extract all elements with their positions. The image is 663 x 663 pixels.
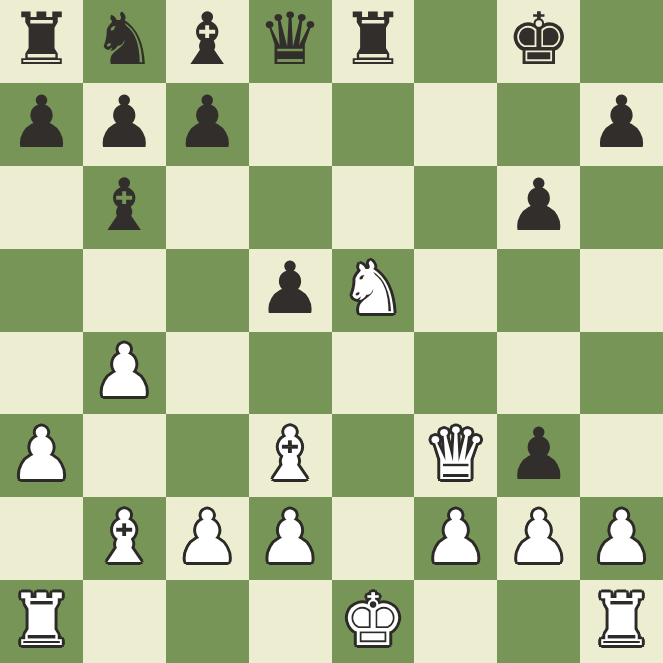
square-f4[interactable] — [414, 332, 497, 415]
square-h5[interactable] — [580, 249, 663, 332]
piece-black-pawn[interactable]: ♟ — [92, 86, 157, 158]
square-e7[interactable] — [332, 83, 415, 166]
square-b5[interactable] — [83, 249, 166, 332]
square-g2[interactable]: ♟ — [497, 497, 580, 580]
piece-black-pawn[interactable]: ♟ — [258, 252, 323, 324]
square-g6[interactable]: ♟ — [497, 166, 580, 249]
square-h1[interactable]: ♜ — [580, 580, 663, 663]
square-b3[interactable] — [83, 414, 166, 497]
square-d4[interactable] — [249, 332, 332, 415]
piece-white-rook[interactable]: ♜ — [589, 584, 654, 656]
piece-white-pawn[interactable]: ♟ — [258, 501, 323, 573]
square-e8[interactable]: ♜ — [332, 0, 415, 83]
piece-white-pawn[interactable]: ♟ — [9, 418, 74, 490]
square-d7[interactable] — [249, 83, 332, 166]
square-e3[interactable] — [332, 414, 415, 497]
square-g1[interactable] — [497, 580, 580, 663]
piece-white-king[interactable]: ♚ — [341, 584, 406, 656]
square-f3[interactable]: ♛ — [414, 414, 497, 497]
square-d5[interactable]: ♟ — [249, 249, 332, 332]
square-d1[interactable] — [249, 580, 332, 663]
square-f8[interactable] — [414, 0, 497, 83]
board-container: ♜♞♝♛♜♚♟♟♟♟♝♟♟♞♟♟♝♛♟♝♟♟♟♟♟♜♚♜ — [0, 0, 663, 663]
piece-white-pawn[interactable]: ♟ — [424, 501, 489, 573]
square-h2[interactable]: ♟ — [580, 497, 663, 580]
square-f6[interactable] — [414, 166, 497, 249]
square-c5[interactable] — [166, 249, 249, 332]
square-d6[interactable] — [249, 166, 332, 249]
square-e5[interactable]: ♞ — [332, 249, 415, 332]
square-h4[interactable] — [580, 332, 663, 415]
square-c6[interactable] — [166, 166, 249, 249]
square-a4[interactable] — [0, 332, 83, 415]
square-f1[interactable] — [414, 580, 497, 663]
piece-white-bishop[interactable]: ♝ — [92, 501, 157, 573]
square-d8[interactable]: ♛ — [249, 0, 332, 83]
square-a6[interactable] — [0, 166, 83, 249]
square-d3[interactable]: ♝ — [249, 414, 332, 497]
square-a1[interactable]: ♜ — [0, 580, 83, 663]
piece-white-bishop[interactable]: ♝ — [258, 418, 323, 490]
square-b6[interactable]: ♝ — [83, 166, 166, 249]
piece-white-pawn[interactable]: ♟ — [175, 501, 240, 573]
square-c3[interactable] — [166, 414, 249, 497]
square-g8[interactable]: ♚ — [497, 0, 580, 83]
square-c8[interactable]: ♝ — [166, 0, 249, 83]
piece-black-pawn[interactable]: ♟ — [175, 86, 240, 158]
square-g5[interactable] — [497, 249, 580, 332]
square-e6[interactable] — [332, 166, 415, 249]
square-e4[interactable] — [332, 332, 415, 415]
piece-black-knight[interactable]: ♞ — [92, 3, 157, 75]
square-f5[interactable] — [414, 249, 497, 332]
square-a2[interactable] — [0, 497, 83, 580]
square-h3[interactable] — [580, 414, 663, 497]
piece-black-king[interactable]: ♚ — [506, 3, 571, 75]
piece-white-knight[interactable]: ♞ — [341, 252, 406, 324]
square-c4[interactable] — [166, 332, 249, 415]
piece-black-pawn[interactable]: ♟ — [9, 86, 74, 158]
square-e1[interactable]: ♚ — [332, 580, 415, 663]
piece-black-queen[interactable]: ♛ — [258, 3, 323, 75]
piece-white-pawn[interactable]: ♟ — [589, 501, 654, 573]
square-g3[interactable]: ♟ — [497, 414, 580, 497]
square-b1[interactable] — [83, 580, 166, 663]
piece-black-pawn[interactable]: ♟ — [506, 418, 571, 490]
square-b2[interactable]: ♝ — [83, 497, 166, 580]
piece-white-rook[interactable]: ♜ — [9, 584, 74, 656]
square-a3[interactable]: ♟ — [0, 414, 83, 497]
square-g4[interactable] — [497, 332, 580, 415]
chess-board: ♜♞♝♛♜♚♟♟♟♟♝♟♟♞♟♟♝♛♟♝♟♟♟♟♟♜♚♜ — [0, 0, 663, 663]
piece-black-pawn[interactable]: ♟ — [589, 86, 654, 158]
square-d2[interactable]: ♟ — [249, 497, 332, 580]
square-h8[interactable] — [580, 0, 663, 83]
piece-white-pawn[interactable]: ♟ — [92, 335, 157, 407]
square-a8[interactable]: ♜ — [0, 0, 83, 83]
piece-black-bishop[interactable]: ♝ — [175, 3, 240, 75]
piece-black-rook[interactable]: ♜ — [9, 3, 74, 75]
square-a7[interactable]: ♟ — [0, 83, 83, 166]
piece-white-queen[interactable]: ♛ — [424, 418, 489, 490]
square-a5[interactable] — [0, 249, 83, 332]
square-f2[interactable]: ♟ — [414, 497, 497, 580]
square-e2[interactable] — [332, 497, 415, 580]
square-g7[interactable] — [497, 83, 580, 166]
square-c1[interactable] — [166, 580, 249, 663]
piece-black-rook[interactable]: ♜ — [341, 3, 406, 75]
square-c2[interactable]: ♟ — [166, 497, 249, 580]
square-b7[interactable]: ♟ — [83, 83, 166, 166]
square-f7[interactable] — [414, 83, 497, 166]
square-b4[interactable]: ♟ — [83, 332, 166, 415]
square-h6[interactable] — [580, 166, 663, 249]
piece-white-pawn[interactable]: ♟ — [506, 501, 571, 573]
square-h7[interactable]: ♟ — [580, 83, 663, 166]
square-c7[interactable]: ♟ — [166, 83, 249, 166]
square-b8[interactable]: ♞ — [83, 0, 166, 83]
piece-black-pawn[interactable]: ♟ — [506, 169, 571, 241]
piece-black-bishop[interactable]: ♝ — [92, 169, 157, 241]
